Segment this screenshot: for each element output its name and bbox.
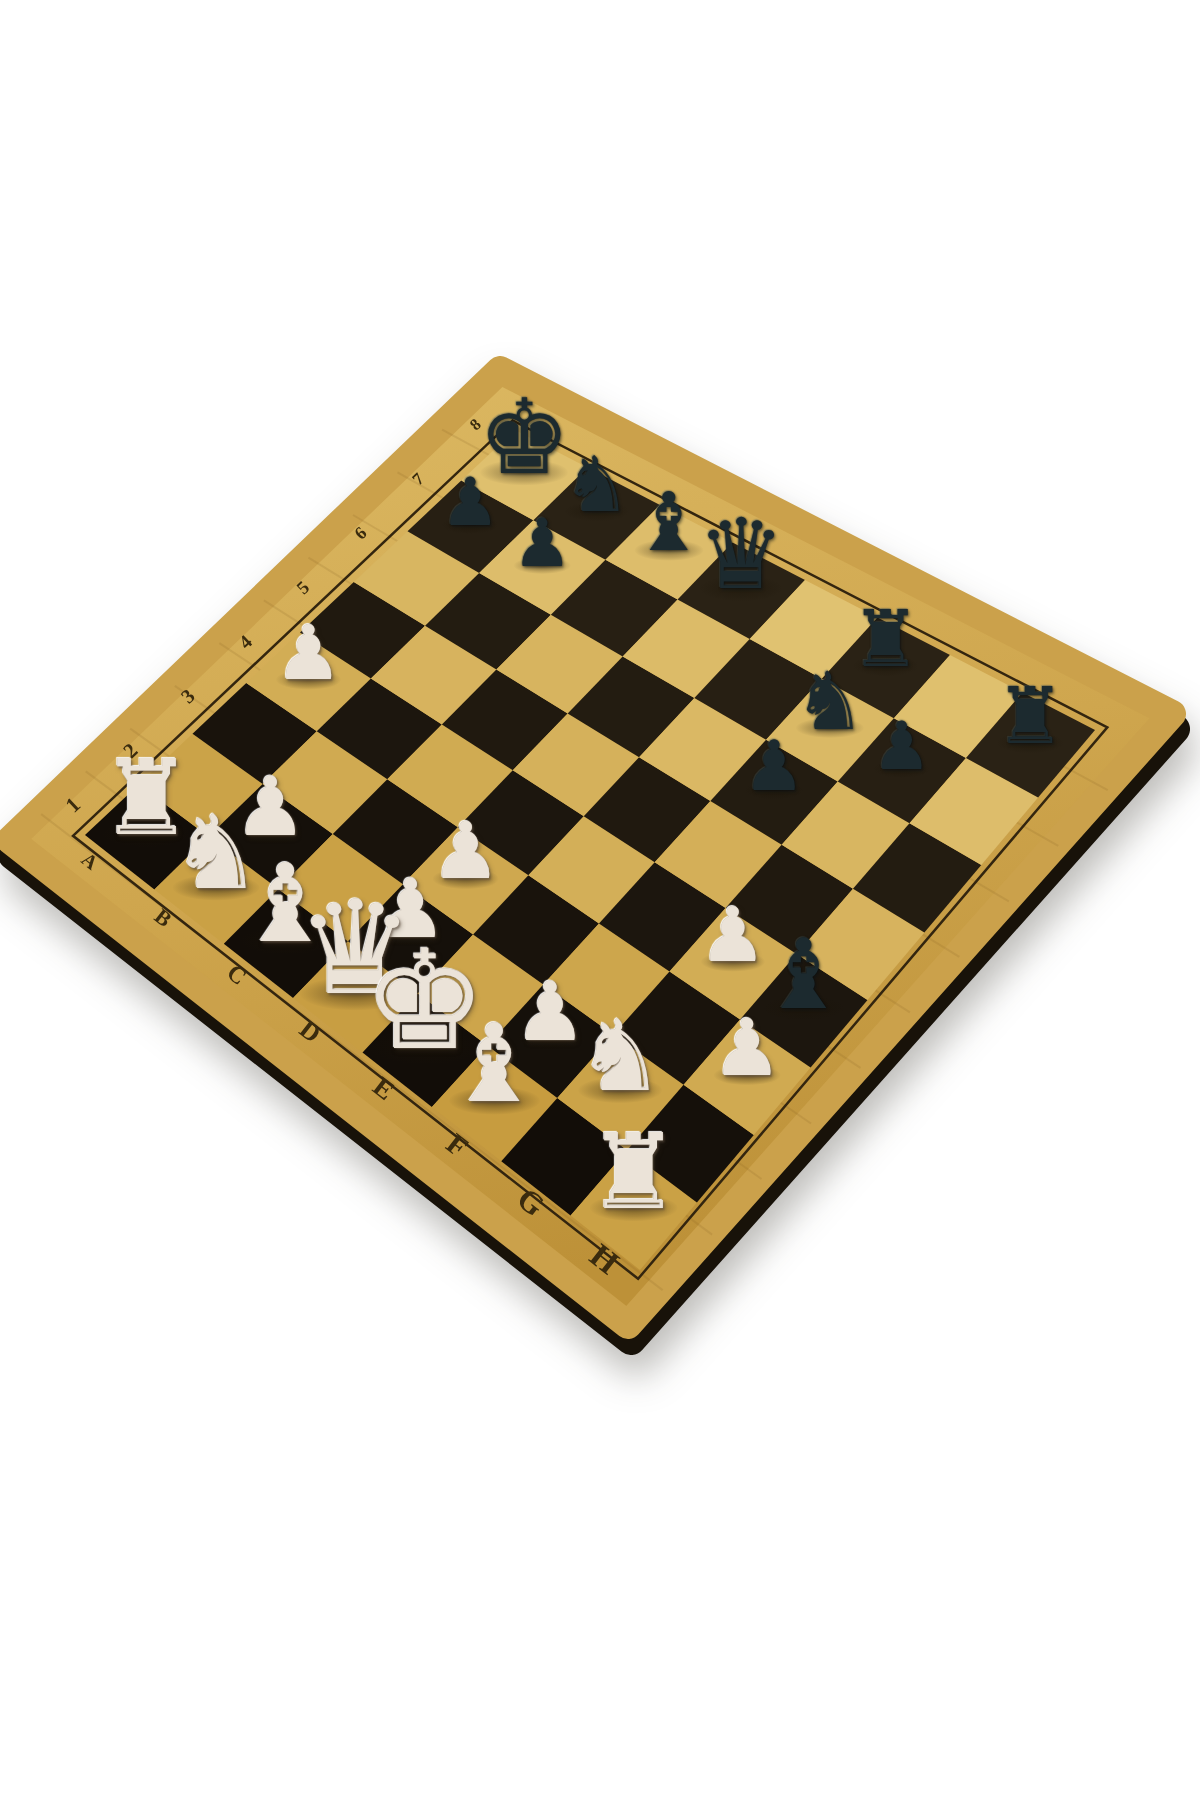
white-rook-icon: ♜ xyxy=(587,1120,680,1224)
white-pawn-icon: ♟ xyxy=(712,1009,782,1088)
piece-black-pawn-f6[interactable]: ♟ xyxy=(774,792,836,861)
black-pawn-icon: ♟ xyxy=(441,469,501,535)
chessboard-photo: ABCDEFGH12345678 ♚♞♟♝♟♛♜♟♞♜♟♟♟♜♟♞♟♝♟♛♝♟♚… xyxy=(0,0,1200,1800)
piece-white-bishop-f1[interactable]: ♝ xyxy=(495,1103,592,1211)
black-pawn-icon: ♟ xyxy=(872,713,932,779)
black-pawn-icon: ♟ xyxy=(743,732,805,801)
piece-white-rook-h1[interactable]: ♜ xyxy=(634,1210,727,1314)
black-knight-icon: ♞ xyxy=(562,447,631,524)
piece-white-pawn-a4[interactable]: ♟ xyxy=(308,681,376,757)
white-bishop-icon: ♝ xyxy=(446,1010,543,1118)
black-queen-icon: ♛ xyxy=(698,506,785,603)
piece-black-pawn-b7[interactable]: ♟ xyxy=(542,567,602,633)
black-pawn-icon: ♟ xyxy=(512,510,572,576)
black-bishop-icon: ♝ xyxy=(633,482,706,563)
white-pawn-icon: ♟ xyxy=(275,616,343,692)
black-rook-icon: ♜ xyxy=(995,677,1065,755)
piece-white-pawn-h3[interactable]: ♟ xyxy=(747,1077,817,1156)
white-pawn-icon: ♟ xyxy=(699,898,767,974)
piece-black-rook-h8[interactable]: ♜ xyxy=(1030,744,1100,822)
white-knight-icon: ♞ xyxy=(576,1007,664,1106)
piece-black-pawn-g7[interactable]: ♟ xyxy=(902,770,962,836)
